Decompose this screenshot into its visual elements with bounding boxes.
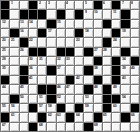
cell-14-3[interactable] (20, 123, 28, 131)
cell-7-9[interactable] (75, 57, 83, 65)
cell-14-9[interactable] (75, 123, 83, 131)
black-cell-3-12 (103, 20, 111, 28)
clue-number: 38 (94, 66, 97, 70)
cell-12-10[interactable]: 59 (84, 104, 92, 112)
cell-6-3[interactable]: 26 (20, 48, 28, 56)
cell-14-14[interactable] (121, 123, 129, 131)
black-cell-2-9 (75, 10, 83, 18)
cell-1-9[interactable] (75, 1, 83, 9)
cell-1-5[interactable]: 2 (38, 1, 46, 9)
clue-number: 51 (39, 95, 42, 99)
cell-2-2[interactable] (10, 10, 18, 18)
cell-8-9[interactable] (75, 66, 83, 74)
cell-12-5[interactable]: 57 (38, 104, 46, 112)
cell-8-5[interactable] (38, 66, 46, 74)
cell-3-13[interactable] (112, 20, 120, 28)
cell-6-9[interactable] (75, 48, 83, 56)
clue-number: 69 (94, 123, 97, 127)
cell-1-15[interactable]: 8 (131, 1, 139, 9)
cell-7-1[interactable]: 29 (1, 57, 9, 65)
cell-8-4[interactable]: 36 (29, 66, 37, 74)
black-cell-4-2 (10, 29, 18, 37)
cell-7-6[interactable] (47, 57, 55, 65)
cell-11-10[interactable]: 53 (84, 95, 92, 103)
cell-11-8[interactable] (66, 95, 74, 103)
clue-number: 12 (2, 20, 5, 24)
clue-number: 3 (48, 1, 50, 5)
clue-number: 8 (131, 1, 133, 5)
cell-4-6[interactable]: 17 (47, 29, 55, 37)
clue-number: 1 (11, 1, 13, 5)
clue-number: 43 (122, 76, 125, 80)
clue-number: 33 (66, 57, 69, 61)
cell-10-4[interactable] (29, 85, 37, 93)
cell-10-13[interactable]: 49 (112, 85, 120, 93)
cell-7-5[interactable]: 31 (38, 57, 46, 65)
clue-number: 54 (122, 95, 125, 99)
clue-number: 15 (57, 20, 60, 24)
black-cell-9-1 (1, 76, 9, 84)
cell-2-8[interactable] (66, 10, 74, 18)
cell-7-8[interactable]: 33 (66, 57, 74, 65)
cell-5-7[interactable] (57, 38, 65, 46)
cell-7-3[interactable] (20, 57, 28, 65)
clue-number: 30 (29, 57, 32, 61)
black-cell-5-3 (20, 38, 28, 46)
cell-4-14[interactable]: 19 (121, 29, 129, 37)
black-cell-11-12 (103, 95, 111, 103)
black-cell-14-10 (84, 123, 92, 131)
cell-10-9[interactable] (75, 85, 83, 93)
clue-number: 36 (29, 66, 32, 70)
cell-12-13[interactable]: 60 (112, 104, 120, 112)
black-cell-13-14 (121, 113, 129, 121)
cell-14-11[interactable]: 69 (94, 123, 102, 131)
cell-9-9[interactable]: 42 (75, 76, 83, 84)
cell-5-6[interactable] (47, 38, 55, 46)
black-cell-8-6 (47, 66, 55, 74)
black-cell-13-5 (38, 113, 46, 121)
cell-8-8[interactable] (66, 66, 74, 74)
cell-9-2[interactable] (10, 76, 18, 84)
clue-number: 64 (76, 113, 79, 117)
cell-11-5[interactable]: 51 (38, 95, 46, 103)
cell-4-8[interactable] (66, 29, 74, 37)
clue-number: 27 (94, 48, 97, 52)
clue-number: 46 (57, 85, 60, 89)
cell-9-5[interactable] (38, 76, 46, 84)
black-cell-10-5 (38, 85, 46, 93)
black-cell-7-11 (94, 57, 102, 65)
clue-number: 44 (2, 85, 5, 89)
cell-8-15[interactable]: 40 (131, 66, 139, 74)
cell-1-2[interactable]: 1 (10, 1, 18, 9)
cell-2-6[interactable] (47, 10, 55, 18)
cell-14-12[interactable] (103, 123, 111, 131)
cell-8-11[interactable]: 38 (94, 66, 102, 74)
clue-number: 16 (20, 29, 23, 33)
cell-8-2[interactable] (10, 66, 18, 74)
black-cell-6-10 (84, 48, 92, 56)
black-cell-10-10 (84, 85, 92, 93)
cell-14-6[interactable] (47, 123, 55, 131)
clue-number: 37 (57, 66, 60, 70)
black-cell-8-13 (112, 66, 120, 74)
black-cell-4-13 (112, 29, 120, 37)
cell-5-14[interactable] (121, 38, 129, 46)
clue-number: 7 (122, 1, 124, 5)
black-cell-5-12 (103, 38, 111, 46)
cell-3-3[interactable]: 13 (20, 20, 28, 28)
clue-number: 17 (48, 29, 51, 33)
cell-11-7[interactable]: 52 (57, 95, 65, 103)
clue-number: 66 (131, 113, 134, 117)
cell-14-1[interactable]: 67 (1, 123, 9, 131)
clue-number: 58 (48, 104, 51, 108)
black-cell-12-15 (131, 104, 139, 112)
black-cell-14-4 (29, 123, 37, 131)
cell-7-7[interactable]: 32 (57, 57, 65, 65)
cell-8-7[interactable]: 37 (57, 66, 65, 74)
black-cell-2-3 (20, 10, 28, 18)
clue-number: 47 (66, 85, 69, 89)
clue-number: 24 (113, 38, 116, 42)
clue-number: 4 (66, 1, 68, 5)
cell-11-14[interactable]: 54 (121, 95, 129, 103)
black-cell-6-8 (66, 48, 74, 56)
black-cell-1-1 (1, 1, 9, 9)
clue-number: 32 (57, 57, 60, 61)
clue-number: 63 (57, 113, 60, 117)
cell-6-11[interactable]: 27 (94, 48, 102, 56)
clue-number: 29 (2, 57, 5, 61)
cell-3-4[interactable]: 14 (29, 20, 37, 28)
cell-7-10[interactable] (84, 57, 92, 65)
cell-1-14[interactable]: 7 (121, 1, 129, 9)
cell-9-12[interactable] (103, 76, 111, 84)
cell-5-2[interactable]: 21 (10, 38, 18, 46)
cell-13-2[interactable]: 61 (10, 113, 18, 121)
cell-1-10[interactable]: 5 (84, 1, 92, 9)
cell-10-8[interactable]: 47 (66, 85, 74, 93)
black-cell-6-5 (38, 48, 46, 56)
black-cell-2-7 (57, 10, 65, 18)
black-cell-2-1 (1, 10, 9, 18)
black-cell-4-9 (75, 29, 83, 37)
clue-number: 13 (20, 20, 23, 24)
black-cell-6-4 (29, 48, 37, 56)
cell-2-13[interactable]: 11 (112, 10, 120, 18)
cell-5-15[interactable] (131, 38, 139, 46)
cell-11-3[interactable]: 50 (20, 95, 28, 103)
cell-8-14[interactable]: 39 (121, 66, 129, 74)
cell-6-2[interactable] (10, 48, 18, 56)
black-cell-12-4 (29, 104, 37, 112)
cell-13-15[interactable]: 66 (131, 113, 139, 121)
cell-8-1[interactable]: 35 (1, 66, 9, 74)
clue-number: 2 (39, 1, 41, 5)
cell-3-2[interactable] (10, 20, 18, 28)
black-cell-11-13 (112, 95, 120, 103)
black-cell-12-9 (75, 104, 83, 112)
black-cell-1-11 (94, 1, 102, 9)
cell-1-7[interactable] (57, 1, 65, 9)
clue-number: 68 (39, 123, 42, 127)
black-cell-11-2 (10, 95, 18, 103)
cell-4-10[interactable]: 18 (84, 29, 92, 37)
black-cell-9-8 (66, 76, 74, 84)
black-cell-9-11 (94, 76, 102, 84)
clue-number: 14 (29, 20, 32, 24)
cell-13-13[interactable] (112, 113, 120, 121)
cell-13-3[interactable] (20, 113, 28, 121)
cell-9-10[interactable] (84, 76, 92, 84)
cell-6-1[interactable]: 25 (1, 48, 9, 56)
black-cell-1-4 (29, 1, 37, 9)
cell-3-9[interactable] (75, 20, 83, 28)
cell-6-12[interactable]: 28 (103, 48, 111, 56)
clue-number: 11 (113, 10, 116, 14)
clue-number: 41 (29, 76, 32, 80)
clue-number: 59 (85, 104, 88, 108)
clue-number: 40 (131, 66, 134, 70)
cell-14-7[interactable] (57, 123, 65, 131)
cell-14-13[interactable] (112, 123, 120, 131)
black-cell-1-13 (112, 1, 120, 9)
black-cell-6-14 (121, 48, 129, 56)
cell-10-15[interactable] (131, 85, 139, 93)
cell-4-11[interactable] (94, 29, 102, 37)
cell-11-15[interactable] (131, 95, 139, 103)
clue-number: 56 (11, 104, 14, 108)
cell-11-11[interactable] (94, 95, 102, 103)
cell-5-11[interactable] (94, 38, 102, 46)
clue-number: 61 (11, 113, 14, 117)
cell-5-10[interactable] (84, 38, 92, 46)
cell-7-14[interactable]: 34 (121, 57, 129, 65)
black-cell-7-15 (131, 57, 139, 65)
cell-5-5[interactable] (38, 38, 46, 46)
clue-number: 42 (76, 76, 79, 80)
cell-5-4[interactable]: 22 (29, 38, 37, 46)
cell-10-2[interactable] (10, 85, 18, 93)
cell-3-15[interactable] (131, 20, 139, 28)
cell-14-8[interactable] (66, 123, 74, 131)
clue-number: 19 (122, 29, 125, 33)
cell-4-15[interactable] (131, 29, 139, 37)
cell-13-6[interactable]: 62 (47, 113, 55, 121)
cell-5-8[interactable] (66, 38, 74, 46)
cell-9-6[interactable] (47, 76, 55, 84)
clue-number: 52 (57, 95, 60, 99)
clue-number: 60 (113, 104, 116, 108)
cell-10-11[interactable]: 48 (94, 85, 102, 93)
cell-10-7[interactable]: 46 (57, 85, 65, 93)
clue-number: 20 (2, 38, 5, 42)
cell-5-9[interactable]: 23 (75, 38, 83, 46)
cell-3-7[interactable]: 15 (57, 20, 65, 28)
black-cell-2-5 (38, 10, 46, 18)
clue-number: 23 (76, 38, 79, 42)
black-cell-8-3 (20, 66, 28, 74)
cell-14-15[interactable] (131, 123, 139, 131)
cell-4-12[interactable] (103, 29, 111, 37)
cell-3-1[interactable]: 12 (1, 20, 9, 28)
cell-13-4[interactable] (29, 113, 37, 121)
black-cell-4-5 (38, 29, 46, 37)
clue-number: 6 (103, 1, 105, 5)
cell-14-5[interactable]: 68 (38, 123, 46, 131)
black-cell-13-1 (1, 113, 9, 121)
cell-1-3[interactable] (20, 1, 28, 9)
cell-3-5[interactable] (38, 20, 46, 28)
cell-10-14[interactable] (121, 85, 129, 93)
cell-2-12[interactable] (103, 10, 111, 18)
cell-4-7[interactable] (57, 29, 65, 37)
cell-7-12[interactable] (103, 57, 111, 65)
clue-number: 34 (122, 57, 125, 61)
cell-13-10[interactable] (84, 113, 92, 121)
cell-5-1[interactable]: 20 (1, 38, 9, 46)
black-cell-10-6 (47, 85, 55, 93)
black-cell-11-6 (47, 95, 55, 103)
cell-1-12[interactable]: 6 (103, 1, 111, 9)
cell-2-10[interactable]: 9 (84, 10, 92, 18)
black-cell-2-4 (29, 10, 37, 18)
clue-number: 28 (103, 48, 106, 52)
cell-5-13[interactable]: 24 (112, 38, 120, 46)
clue-number: 55 (2, 104, 5, 108)
clue-number: 25 (2, 48, 5, 52)
cell-12-14[interactable] (121, 104, 129, 112)
cell-11-9[interactable] (75, 95, 83, 103)
clue-number: 65 (103, 113, 106, 117)
cell-8-12[interactable] (103, 66, 111, 74)
black-cell-3-6 (47, 20, 55, 28)
clue-number: 57 (39, 104, 42, 108)
clue-number: 35 (2, 66, 5, 70)
clue-number: 53 (85, 95, 88, 99)
clue-number: 39 (122, 66, 125, 70)
black-cell-2-14 (121, 10, 129, 18)
clue-number: 49 (113, 85, 116, 89)
crossword-grid: 1234567891011121314151617181920212223242… (0, 0, 140, 132)
cell-3-8[interactable] (66, 20, 74, 28)
black-cell-9-3 (20, 76, 28, 84)
black-cell-12-12 (103, 104, 111, 112)
cell-9-15[interactable] (131, 76, 139, 84)
cell-10-1[interactable]: 44 (1, 85, 9, 93)
cell-12-11[interactable] (94, 104, 102, 112)
cell-7-4[interactable]: 30 (29, 57, 37, 65)
cell-4-4[interactable] (29, 29, 37, 37)
cell-1-6[interactable]: 3 (47, 1, 55, 9)
cell-9-14[interactable]: 43 (121, 76, 129, 84)
black-cell-6-7 (57, 48, 65, 56)
clue-number: 21 (11, 38, 14, 42)
black-cell-3-14 (121, 20, 129, 28)
cell-6-15[interactable] (131, 48, 139, 56)
cell-9-7[interactable] (57, 76, 65, 84)
cell-2-11[interactable]: 10 (94, 10, 102, 18)
black-cell-10-12 (103, 85, 111, 93)
cell-2-15[interactable] (131, 10, 139, 18)
cell-9-4[interactable]: 41 (29, 76, 37, 84)
cell-13-9[interactable]: 64 (75, 113, 83, 121)
cell-13-12[interactable]: 65 (103, 113, 111, 121)
black-cell-7-13 (112, 57, 120, 65)
black-cell-13-8 (66, 113, 74, 121)
clue-number: 10 (94, 10, 97, 14)
clue-number: 26 (20, 48, 23, 52)
cell-12-3[interactable] (20, 104, 28, 112)
cell-1-8[interactable]: 4 (66, 1, 74, 9)
cell-3-11[interactable] (94, 20, 102, 28)
cell-13-7[interactable]: 63 (57, 113, 65, 121)
cell-10-3[interactable]: 45 (20, 85, 28, 93)
cell-7-2[interactable] (10, 57, 18, 65)
cell-4-1[interactable] (1, 29, 9, 37)
cell-12-1[interactable]: 55 (1, 104, 9, 112)
clue-number: 31 (39, 57, 42, 61)
cell-6-13[interactable] (112, 48, 120, 56)
clue-number: 18 (85, 29, 88, 33)
cell-6-6[interactable] (47, 48, 55, 56)
black-cell-9-13 (112, 76, 120, 84)
cell-12-6[interactable]: 58 (47, 104, 55, 112)
cell-14-2[interactable] (10, 123, 18, 131)
cell-12-2[interactable]: 56 (10, 104, 18, 112)
cell-3-10[interactable] (84, 20, 92, 28)
cell-4-3[interactable]: 16 (20, 29, 28, 37)
cell-12-8[interactable] (66, 104, 74, 112)
clue-number: 5 (85, 1, 87, 5)
clue-number: 22 (29, 38, 32, 42)
black-cell-12-7 (57, 104, 65, 112)
black-cell-13-11 (94, 113, 102, 121)
clue-number: 67 (2, 123, 5, 127)
clue-number: 62 (48, 113, 51, 117)
clue-number: 50 (20, 95, 23, 99)
black-cell-8-10 (84, 66, 92, 74)
cell-11-1[interactable] (1, 95, 9, 103)
clue-number: 9 (85, 10, 87, 14)
cell-11-4[interactable] (29, 95, 37, 103)
clue-number: 45 (20, 85, 23, 89)
clue-number: 48 (94, 85, 97, 89)
